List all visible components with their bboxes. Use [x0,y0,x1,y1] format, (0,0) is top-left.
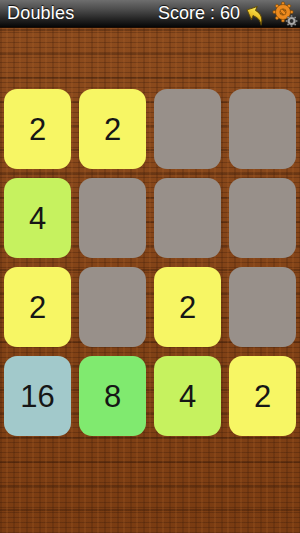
tile-value: 2 [254,381,271,412]
tile-2: 2 [4,89,71,169]
tile-2: 2 [154,267,221,347]
tile-value: 16 [20,381,54,412]
tile-2: 2 [79,89,146,169]
app-title: Doubles [7,3,74,24]
tile-16: 16 [4,356,71,436]
tile-4: 4 [154,356,221,436]
tile-value: 4 [29,203,46,234]
tile-value: 2 [29,114,46,145]
tile-value: 2 [179,292,196,323]
undo-button[interactable] [241,0,270,27]
tile-4: 4 [4,178,71,258]
undo-arrow-icon [242,1,269,26]
tile-2: 2 [4,267,71,347]
empty-cell [79,178,146,258]
empty-cell [229,267,296,347]
tile-value: 4 [179,381,196,412]
navbar: Doubles Score : 60 [0,0,300,28]
settings-button[interactable] [270,0,299,27]
gear-icon [271,1,298,27]
empty-cell [154,178,221,258]
score-display: Score : 60 [158,3,240,24]
tile-value: 2 [104,114,121,145]
app-screen: Doubles Score : 60 [0,0,300,533]
empty-cell [229,89,296,169]
empty-cell [229,178,296,258]
tile-value: 8 [104,381,121,412]
tile-8: 8 [79,356,146,436]
tile-2: 2 [229,356,296,436]
board[interactable]: 2242216842 [4,89,296,436]
empty-cell [154,89,221,169]
tile-value: 2 [29,292,46,323]
empty-cell [79,267,146,347]
